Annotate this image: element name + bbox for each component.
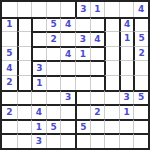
cell-r8c3[interactable]: 4 (31, 104, 46, 119)
cell-r9c7[interactable] (90, 119, 105, 134)
cell-r4c3[interactable] (31, 46, 46, 61)
cell-r5c6[interactable] (75, 60, 90, 75)
cell-r10c4[interactable] (46, 133, 61, 148)
cell-r9c6[interactable]: 5 (75, 119, 90, 134)
cell-r4c6[interactable]: 1 (75, 46, 90, 61)
given-digit: 1 (6, 20, 12, 29)
cell-r8c4[interactable] (46, 104, 61, 119)
given-digit: 1 (124, 34, 130, 43)
given-digit: 3 (80, 35, 86, 44)
given-digit: 4 (65, 20, 71, 29)
given-digit: 2 (6, 108, 12, 117)
cell-r9c1[interactable] (2, 119, 17, 134)
cell-r9c3[interactable]: 1 (31, 119, 46, 134)
given-digit: 5 (50, 20, 56, 29)
cell-r2c5[interactable]: 4 (60, 17, 75, 32)
given-digit: 1 (94, 5, 100, 14)
cell-r2c9[interactable]: 4 (119, 17, 134, 32)
cell-r9c8[interactable] (104, 119, 119, 134)
cell-r4c8[interactable] (104, 46, 119, 61)
cell-r8c8[interactable] (104, 104, 119, 119)
cell-r5c9[interactable] (119, 60, 134, 75)
given-digit: 1 (123, 108, 129, 117)
cell-r8c1[interactable]: 2 (2, 104, 17, 119)
cell-r2c10[interactable] (133, 17, 148, 32)
cell-r4c1[interactable]: 5 (2, 46, 17, 61)
cell-r8c9[interactable]: 1 (119, 104, 134, 119)
cell-r6c2[interactable] (17, 75, 32, 90)
cell-r1c5[interactable] (60, 2, 75, 17)
cell-r7c4[interactable] (46, 90, 61, 105)
cell-r8c2[interactable] (17, 104, 32, 119)
cell-r8c7[interactable]: 2 (90, 104, 105, 119)
cell-r6c7[interactable] (90, 75, 105, 90)
cell-r8c6[interactable] (75, 104, 90, 119)
cell-r3c3[interactable] (31, 31, 46, 46)
cell-r3c10[interactable]: 5 (133, 31, 148, 46)
cell-r9c4[interactable]: 5 (46, 119, 61, 134)
cell-r8c10[interactable] (133, 104, 148, 119)
given-digit: 1 (36, 123, 42, 132)
given-digit: 4 (138, 5, 144, 14)
given-digit: 1 (36, 79, 42, 88)
given-digit: 3 (36, 137, 42, 146)
cell-r7c10[interactable]: 5 (133, 90, 148, 105)
given-digit: 2 (94, 108, 100, 117)
cell-r1c1[interactable] (2, 2, 17, 17)
given-digit: 3 (123, 93, 129, 102)
cell-r3c2[interactable] (17, 31, 32, 46)
cell-r2c1[interactable]: 1 (2, 17, 17, 32)
cell-r10c10[interactable] (133, 133, 148, 148)
cell-r7c9[interactable]: 3 (119, 90, 134, 105)
cell-r4c9[interactable] (119, 46, 134, 61)
given-digit: 3 (65, 93, 71, 102)
cell-r3c9[interactable]: 1 (119, 31, 134, 46)
given-digit: 2 (50, 35, 56, 44)
cell-r5c5[interactable] (60, 60, 75, 75)
given-digit: 2 (139, 49, 145, 58)
cell-r7c2[interactable] (17, 90, 32, 105)
cell-r1c10[interactable]: 4 (133, 2, 148, 17)
cell-r1c8[interactable] (104, 2, 119, 17)
cell-r4c4[interactable] (46, 46, 61, 61)
cell-r3c1[interactable] (2, 31, 17, 46)
cell-r4c5[interactable]: 4 (60, 46, 75, 61)
cell-r10c9[interactable] (119, 133, 134, 148)
cell-r10c3[interactable]: 3 (31, 133, 46, 148)
cell-r7c7[interactable] (90, 90, 105, 105)
given-digit: 4 (94, 35, 100, 44)
cell-r3c7[interactable]: 4 (90, 31, 105, 46)
cell-r2c7[interactable] (90, 17, 105, 32)
cell-r7c1[interactable] (2, 90, 17, 105)
cell-r10c6[interactable] (75, 133, 90, 148)
cell-r1c3[interactable] (31, 2, 46, 17)
given-digit: 3 (80, 5, 86, 14)
cell-r6c9[interactable] (119, 75, 134, 90)
cell-r7c8[interactable] (104, 90, 119, 105)
cell-r5c1[interactable]: 4 (2, 60, 17, 75)
given-digit: 5 (6, 49, 12, 58)
cell-r4c2[interactable] (17, 46, 32, 61)
given-digit: 2 (6, 78, 12, 87)
given-digit: 5 (80, 123, 86, 132)
cell-r5c8[interactable] (104, 60, 119, 75)
cell-r2c3[interactable] (31, 17, 46, 32)
cell-r7c6[interactable] (75, 90, 90, 105)
cell-r1c9[interactable] (119, 2, 134, 17)
given-digit: 4 (124, 20, 130, 29)
cell-r4c7[interactable] (90, 46, 105, 61)
given-digit: 4 (36, 108, 42, 117)
cell-r9c10[interactable] (133, 119, 148, 134)
cell-r10c1[interactable] (2, 133, 17, 148)
cell-r6c3[interactable]: 1 (31, 75, 46, 90)
cell-r4c10[interactable]: 2 (133, 46, 148, 61)
cell-r1c6[interactable]: 3 (75, 2, 90, 17)
given-digit: 3 (36, 64, 42, 73)
cell-r2c6[interactable] (75, 17, 90, 32)
cell-r1c2[interactable] (17, 2, 32, 17)
cell-r9c2[interactable] (17, 119, 32, 134)
cell-r1c4[interactable] (46, 2, 61, 17)
cell-r10c5[interactable] (60, 133, 75, 148)
cell-r2c4[interactable]: 5 (46, 17, 61, 32)
cell-r10c8[interactable] (104, 133, 119, 148)
cell-r6c8[interactable] (104, 75, 119, 90)
cell-r9c5[interactable] (60, 119, 75, 134)
cell-r6c6[interactable] (75, 75, 90, 90)
cell-r6c5[interactable] (60, 75, 75, 90)
cell-r7c3[interactable] (31, 90, 46, 105)
cell-r3c6[interactable]: 3 (75, 31, 90, 46)
cell-r10c7[interactable] (90, 133, 105, 148)
given-digit: 1 (80, 50, 86, 59)
cell-r3c8[interactable] (104, 31, 119, 46)
cell-r2c2[interactable] (17, 17, 32, 32)
cell-r5c10[interactable] (133, 60, 148, 75)
cell-r3c5[interactable] (60, 31, 75, 46)
cell-r7c5[interactable]: 3 (60, 90, 75, 105)
cell-r5c4[interactable] (46, 60, 61, 75)
given-digit: 4 (6, 64, 12, 73)
cell-r5c7[interactable] (90, 60, 105, 75)
given-digit: 4 (65, 50, 71, 59)
given-digit: 5 (138, 93, 144, 102)
cell-r10c2[interactable] (17, 133, 32, 148)
given-digit: 5 (139, 34, 145, 43)
cell-r6c1[interactable]: 2 (2, 75, 17, 90)
cell-r2c8[interactable] (104, 17, 119, 32)
cell-r9c9[interactable] (119, 119, 134, 134)
puzzle-board: 3141544234155412432133524211553 (0, 0, 150, 150)
cell-r5c2[interactable] (17, 60, 32, 75)
given-digit: 5 (50, 123, 56, 132)
cell-r1c7[interactable]: 1 (90, 2, 105, 17)
cell-r6c4[interactable] (46, 75, 61, 90)
cell-r3c4[interactable]: 2 (46, 31, 61, 46)
cell-r6c10[interactable] (133, 75, 148, 90)
cell-r5c3[interactable]: 3 (31, 60, 46, 75)
cell-r8c5[interactable] (60, 104, 75, 119)
